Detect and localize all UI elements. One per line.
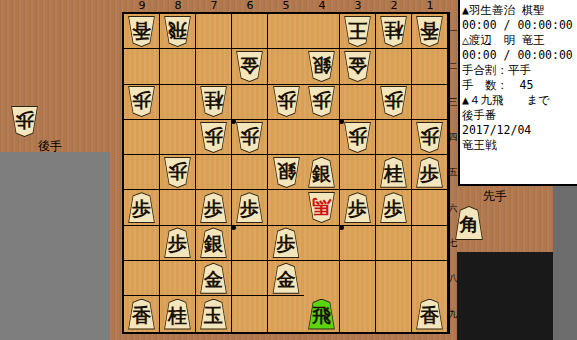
hoshi-dot <box>339 119 344 124</box>
piece-歩[interactable]: 歩 <box>199 122 228 153</box>
piece-香[interactable]: 香 <box>415 16 444 47</box>
piece-歩[interactable]: 歩 <box>10 106 39 137</box>
square-7i[interactable]: 玉 <box>196 296 232 331</box>
square-5e[interactable]: 銀 <box>268 155 304 190</box>
square-4g[interactable] <box>304 226 340 261</box>
file-label: 1 <box>412 0 448 11</box>
square-5c[interactable]: 歩 <box>268 85 304 120</box>
square-7g[interactable]: 銀 <box>196 226 232 261</box>
handicap-info: 手合割：平手 <box>462 63 576 78</box>
square-1c[interactable] <box>412 85 448 120</box>
piece-歩[interactable]: 歩 <box>163 227 192 258</box>
sente-tray-label: 先手 <box>483 188 507 205</box>
bottom-dark-area <box>457 252 553 340</box>
square-8i[interactable]: 桂 <box>160 296 196 331</box>
square-4h[interactable] <box>304 261 340 296</box>
square-8g[interactable]: 歩 <box>160 226 196 261</box>
square-9f[interactable]: 歩 <box>124 190 160 225</box>
square-3h[interactable] <box>340 261 376 296</box>
piece-金[interactable]: 金 <box>343 51 372 82</box>
file-labels: 987654321 <box>124 0 448 11</box>
piece-香[interactable]: 香 <box>127 16 156 47</box>
square-8e[interactable]: 歩 <box>160 155 196 190</box>
square-5d[interactable] <box>268 120 304 155</box>
file-label: 9 <box>124 0 160 11</box>
square-7d[interactable]: 歩 <box>196 120 232 155</box>
gote-clock: 00:00 / 00:00:00 <box>462 48 576 63</box>
square-2a[interactable]: 桂 <box>376 14 412 49</box>
piece-歩[interactable]: 歩 <box>307 86 336 117</box>
hoshi-dot <box>231 119 236 124</box>
square-2d[interactable] <box>376 120 412 155</box>
square-9h[interactable] <box>124 261 160 296</box>
file-label: 3 <box>340 0 376 11</box>
square-6d[interactable]: 歩 <box>232 120 268 155</box>
piece-桂[interactable]: 桂 <box>199 86 228 117</box>
file-label: 8 <box>160 0 196 11</box>
square-5f[interactable] <box>268 190 304 225</box>
piece-香[interactable]: 香 <box>127 299 156 330</box>
piece-銀[interactable]: 銀 <box>307 51 336 82</box>
file-label: 7 <box>196 0 232 11</box>
square-9i[interactable]: 香 <box>124 296 160 331</box>
square-1b[interactable] <box>412 49 448 84</box>
square-3b[interactable]: 金 <box>340 49 376 84</box>
game-info-panel: ▲羽生善治 棋聖 00:00 / 00:00:00 △渡辺 明 竜王 00:00… <box>458 0 577 186</box>
square-9g[interactable] <box>124 226 160 261</box>
square-9c[interactable]: 歩 <box>124 85 160 120</box>
square-8d[interactable] <box>160 120 196 155</box>
piece-飛[interactable]: 飛 <box>307 299 336 330</box>
square-5g[interactable]: 歩 <box>268 226 304 261</box>
square-7h[interactable]: 金 <box>196 261 232 296</box>
square-2f[interactable]: 歩 <box>376 190 412 225</box>
piece-桂[interactable]: 桂 <box>379 157 408 188</box>
square-8f[interactable] <box>160 190 196 225</box>
gote-hand-tray: 歩 <box>10 106 39 137</box>
square-4f[interactable]: 馬 <box>304 190 340 225</box>
square-6c[interactable] <box>232 85 268 120</box>
piece-香[interactable]: 香 <box>415 299 444 330</box>
square-1e[interactable]: 歩 <box>412 155 448 190</box>
square-7f[interactable]: 歩 <box>196 190 232 225</box>
square-9b[interactable] <box>124 49 160 84</box>
square-8c[interactable] <box>160 85 196 120</box>
square-6f[interactable]: 歩 <box>232 190 268 225</box>
square-4d[interactable] <box>304 120 340 155</box>
square-8h[interactable] <box>160 261 196 296</box>
square-8a[interactable]: 飛 <box>160 14 196 49</box>
square-1i[interactable]: 香 <box>412 296 448 331</box>
piece-歩[interactable]: 歩 <box>343 192 372 223</box>
piece-王[interactable]: 王 <box>343 16 372 47</box>
piece-金[interactable]: 金 <box>272 263 301 294</box>
piece-金[interactable]: 金 <box>199 263 228 294</box>
square-9e[interactable] <box>124 155 160 190</box>
square-7c[interactable]: 桂 <box>196 85 232 120</box>
piece-銀[interactable]: 銀 <box>272 157 301 188</box>
square-4e[interactable]: 銀 <box>304 155 340 190</box>
square-6b[interactable]: 金 <box>232 49 268 84</box>
square-2b[interactable] <box>376 49 412 84</box>
piece-玉[interactable]: 玉 <box>199 299 228 330</box>
square-9a[interactable]: 香 <box>124 14 160 49</box>
square-1a[interactable]: 香 <box>412 14 448 49</box>
right-gray-strip <box>553 186 577 340</box>
square-4b[interactable]: 銀 <box>304 49 340 84</box>
piece-銀[interactable]: 銀 <box>199 227 228 258</box>
piece-歩[interactable]: 歩 <box>379 192 408 223</box>
square-2e[interactable]: 桂 <box>376 155 412 190</box>
file-label: 2 <box>376 0 412 11</box>
hoshi-dot <box>339 225 344 230</box>
square-2h[interactable] <box>376 261 412 296</box>
square-3g[interactable] <box>340 226 376 261</box>
left-gray-area <box>0 152 110 340</box>
square-7b[interactable] <box>196 49 232 84</box>
game-date: 2017/12/04 <box>462 123 576 138</box>
square-3d[interactable]: 歩 <box>340 120 376 155</box>
piece-歩[interactable]: 歩 <box>235 122 264 153</box>
square-5a[interactable] <box>268 14 304 49</box>
square-6i[interactable] <box>232 296 268 331</box>
piece-桂[interactable]: 桂 <box>163 299 192 330</box>
file-label: 4 <box>304 0 340 11</box>
piece-歩[interactable]: 歩 <box>415 157 444 188</box>
square-6h[interactable] <box>232 261 268 296</box>
sente-hand-tray: 角 <box>454 206 484 240</box>
piece-歩[interactable]: 歩 <box>163 157 192 188</box>
piece-桂[interactable]: 桂 <box>379 16 408 47</box>
square-1d[interactable]: 歩 <box>412 120 448 155</box>
square-7e[interactable] <box>196 155 232 190</box>
piece-馬[interactable]: 馬 <box>307 192 336 223</box>
sente-clock: 00:00 / 00:00:00 <box>462 18 576 33</box>
square-2g[interactable] <box>376 226 412 261</box>
square-1g[interactable] <box>412 226 448 261</box>
square-4i[interactable]: 飛 <box>304 296 340 331</box>
side-to-move: 後手番 <box>462 108 576 123</box>
square-6a[interactable] <box>232 14 268 49</box>
square-8b[interactable] <box>160 49 196 84</box>
square-7a[interactable] <box>196 14 232 49</box>
file-label: 6 <box>232 0 268 11</box>
piece-角[interactable]: 角 <box>454 206 484 240</box>
piece-歩[interactable]: 歩 <box>199 192 228 223</box>
square-5i[interactable] <box>268 296 304 331</box>
last-move-text: ▲４九飛 まで <box>462 93 576 108</box>
sente-player-name: ▲羽生善治 棋聖 <box>462 3 576 18</box>
tournament-name: 竜王戦 <box>462 138 576 153</box>
piece-歩[interactable]: 歩 <box>127 86 156 117</box>
square-6e[interactable] <box>232 155 268 190</box>
square-3i[interactable] <box>340 296 376 331</box>
square-5b[interactable] <box>268 49 304 84</box>
piece-歩[interactable]: 歩 <box>343 122 372 153</box>
square-4a[interactable] <box>304 14 340 49</box>
square-2c[interactable]: 歩 <box>376 85 412 120</box>
board-grid: 香飛王桂香金銀金歩桂歩歩歩歩歩歩歩歩銀銀桂歩歩歩歩馬歩歩歩銀歩金金香桂玉飛香 <box>122 12 450 334</box>
square-3f[interactable]: 歩 <box>340 190 376 225</box>
piece-歩[interactable]: 歩 <box>272 227 301 258</box>
piece-歩[interactable]: 歩 <box>379 86 408 117</box>
hoshi-dot <box>231 225 236 230</box>
move-count: 手 数： 45 <box>462 78 576 93</box>
square-3a[interactable]: 王 <box>340 14 376 49</box>
piece-歩[interactable]: 歩 <box>235 192 264 223</box>
piece-歩[interactable]: 歩 <box>272 86 301 117</box>
square-2i[interactable] <box>376 296 412 331</box>
square-3e[interactable] <box>340 155 376 190</box>
piece-銀[interactable]: 銀 <box>307 157 336 188</box>
square-5h[interactable]: 金 <box>268 261 304 296</box>
square-3c[interactable] <box>340 85 376 120</box>
square-1h[interactable] <box>412 261 448 296</box>
piece-歩[interactable]: 歩 <box>415 122 444 153</box>
square-1f[interactable] <box>412 190 448 225</box>
piece-歩[interactable]: 歩 <box>127 192 156 223</box>
piece-金[interactable]: 金 <box>235 51 264 82</box>
square-9d[interactable] <box>124 120 160 155</box>
shogi-app: 歩 後手 987654321 一二三四五六七八九 香飛王桂香金銀金歩桂歩歩歩歩歩… <box>0 0 577 340</box>
file-label: 5 <box>268 0 304 11</box>
piece-飛[interactable]: 飛 <box>163 16 192 47</box>
square-4c[interactable]: 歩 <box>304 85 340 120</box>
gote-player-name: △渡辺 明 竜王 <box>462 33 576 48</box>
square-6g[interactable] <box>232 226 268 261</box>
